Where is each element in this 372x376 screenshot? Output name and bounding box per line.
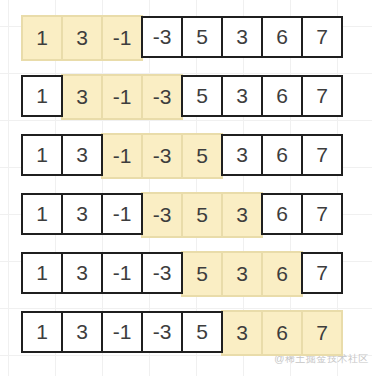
array-cell: 7 — [301, 252, 343, 294]
array-cell-window: -1 — [101, 133, 143, 179]
array-cell: 5 — [181, 75, 223, 117]
array-cell-window: -1 — [101, 74, 143, 120]
array-row-4: 13-1-35367 — [21, 193, 343, 235]
array-cell-window: 6 — [261, 310, 303, 356]
array-cell: -3 — [141, 252, 183, 294]
array-cell: 3 — [61, 311, 103, 353]
array-cell-window: 3 — [221, 251, 263, 297]
array-cell: -1 — [101, 311, 143, 353]
array-cell: 3 — [61, 193, 103, 235]
array-cell: -3 — [141, 16, 183, 58]
array-row-1: 13-1-35367 — [21, 16, 343, 58]
array-cell-window: 3 — [221, 310, 263, 356]
array-cell: 1 — [21, 134, 63, 176]
array-cell-window: -3 — [141, 133, 183, 179]
array-cell: 1 — [21, 75, 63, 117]
array-cell-window: 6 — [261, 251, 303, 297]
array-row-6: 13-1-35367 — [21, 311, 343, 353]
array-cell: 6 — [261, 75, 303, 117]
array-cell: 6 — [261, 193, 303, 235]
array-row-5: 13-1-35367 — [21, 252, 343, 294]
sliding-window-rows: 13-1-3536713-1-3536713-1-3536713-1-35367… — [21, 16, 343, 370]
array-cell: 7 — [301, 16, 343, 58]
array-cell: 3 — [61, 134, 103, 176]
array-cell: 6 — [261, 134, 303, 176]
array-cell: -1 — [101, 252, 143, 294]
array-cell: 7 — [301, 134, 343, 176]
array-cell-window: 5 — [181, 133, 223, 179]
array-cell: 3 — [221, 134, 263, 176]
array-cell: 3 — [61, 252, 103, 294]
array-cell-window: -3 — [141, 192, 183, 238]
array-cell: 3 — [221, 16, 263, 58]
array-cell-window: -1 — [101, 15, 143, 61]
diagram-canvas: 13-1-3536713-1-3536713-1-3536713-1-35367… — [0, 0, 372, 376]
array-cell-window: 3 — [61, 15, 103, 61]
array-cell: 5 — [181, 311, 223, 353]
array-cell: 7 — [301, 193, 343, 235]
array-cell-window: 1 — [21, 15, 63, 61]
array-cell: 3 — [221, 75, 263, 117]
array-cell: 6 — [261, 16, 303, 58]
array-cell-window: 5 — [181, 192, 223, 238]
array-cell-window: 5 — [181, 251, 223, 297]
array-cell-window: 3 — [61, 74, 103, 120]
array-cell: -1 — [101, 193, 143, 235]
array-cell: 1 — [21, 252, 63, 294]
array-cell-window: 7 — [301, 310, 343, 356]
array-cell: 1 — [21, 193, 63, 235]
array-cell-window: -3 — [141, 74, 183, 120]
array-cell: -3 — [141, 311, 183, 353]
array-row-3: 13-1-35367 — [21, 134, 343, 176]
array-row-2: 13-1-35367 — [21, 75, 343, 117]
array-cell: 1 — [21, 311, 63, 353]
array-cell-window: 3 — [221, 192, 263, 238]
array-cell: 5 — [181, 16, 223, 58]
array-cell: 7 — [301, 75, 343, 117]
